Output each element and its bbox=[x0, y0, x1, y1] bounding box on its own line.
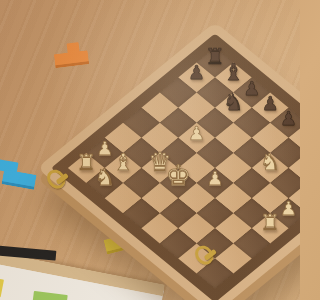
piece-glyph: ♟ bbox=[262, 94, 279, 113]
piece-glyph: ♞ bbox=[94, 166, 115, 189]
piece-glyph: ♟ bbox=[188, 63, 205, 82]
piece-glyph: ♟ bbox=[243, 79, 260, 98]
piece-glyph: ♟ bbox=[280, 199, 297, 218]
board-grid: ♜♟♟♜♞♝♝♛♟♞♟♚♟♟♟♞♚♜♟ bbox=[68, 47, 300, 288]
piece-glyph: ♜ bbox=[76, 152, 96, 174]
piece-glyph: ♞ bbox=[223, 91, 244, 114]
puzzle-piece-yellow-small[interactable] bbox=[0, 276, 4, 297]
piece-glyph: ♚ bbox=[166, 162, 191, 190]
piece-glyph: ♜ bbox=[260, 212, 280, 234]
puzzle-piece-orange-block bbox=[67, 42, 80, 54]
piece-glyph: ♝ bbox=[113, 151, 134, 174]
puzzle-piece-green[interactable] bbox=[32, 291, 67, 300]
piece-glyph: ♟ bbox=[188, 124, 205, 143]
piece-glyph: ♝ bbox=[223, 61, 244, 84]
piece-glyph: ♟ bbox=[280, 109, 297, 128]
piece-glyph: ♟ bbox=[96, 139, 113, 158]
piece-glyph: ♜ bbox=[205, 46, 225, 68]
board-walnut-border: ♜♟♟♜♞♝♝♛♟♞♟♚♟♟♟♞♚♜♟ bbox=[51, 33, 300, 300]
scene: { "game": "chess", "position": "rbppp1k1… bbox=[0, 0, 300, 300]
piece-glyph: ♟ bbox=[206, 169, 223, 188]
puzzle-piece-orange-l[interactable] bbox=[53, 41, 94, 69]
puzzle-piece-blue-bar bbox=[2, 169, 37, 190]
puzzle-piece-blue-s[interactable] bbox=[0, 159, 44, 195]
piece-glyph: ♞ bbox=[260, 151, 281, 174]
